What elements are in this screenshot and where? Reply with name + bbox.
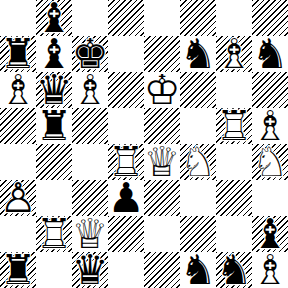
square-d7[interactable] xyxy=(108,36,144,72)
white-bishop-icon: ♗ xyxy=(72,72,108,108)
square-b1[interactable] xyxy=(36,252,72,288)
square-d6[interactable] xyxy=(108,72,144,108)
black-knight-f7[interactable]: ♞♞ xyxy=(180,36,216,72)
square-e6[interactable]: ♚♔ xyxy=(144,72,180,108)
white-bishop-c6[interactable]: ♝♗ xyxy=(72,72,108,108)
black-queen-c1[interactable]: ♛♛ xyxy=(72,252,108,288)
square-e8[interactable] xyxy=(144,0,180,36)
square-c4[interactable] xyxy=(72,144,108,180)
white-knight-icon: ♘ xyxy=(180,144,216,180)
square-f7[interactable]: ♞♞ xyxy=(180,36,216,72)
white-rook-b2[interactable]: ♜♖ xyxy=(36,216,72,252)
white-bishop-g7[interactable]: ♝♗ xyxy=(216,36,252,72)
chess-board: ♝♝♜♜♝♝♚♚♞♞♝♗♞♞♝♗♛♛♝♗♚♔♜♜♜♖♝♗♜♖♛♕♞♘♞♘♟♙♟♟… xyxy=(0,0,288,288)
white-bishop-icon: ♗ xyxy=(0,72,36,108)
white-knight-icon: ♘ xyxy=(252,144,288,180)
white-bishop-a6[interactable]: ♝♗ xyxy=(0,72,36,108)
black-knight-g1[interactable]: ♞♞ xyxy=(216,252,252,288)
square-e4[interactable]: ♛♕ xyxy=(144,144,180,180)
square-e2[interactable] xyxy=(144,216,180,252)
square-f4[interactable]: ♞♘ xyxy=(180,144,216,180)
black-rook-icon: ♜ xyxy=(36,108,72,144)
square-a1[interactable]: ♜♜ xyxy=(0,252,36,288)
square-a5[interactable] xyxy=(0,108,36,144)
white-rook-g5[interactable]: ♜♖ xyxy=(216,108,252,144)
square-b2[interactable]: ♜♖ xyxy=(36,216,72,252)
black-knight-icon: ♞ xyxy=(180,36,216,72)
white-king-e6[interactable]: ♚♔ xyxy=(144,72,180,108)
square-d1[interactable] xyxy=(108,252,144,288)
square-h1[interactable]: ♝♗ xyxy=(252,252,288,288)
square-f3[interactable] xyxy=(180,180,216,216)
white-bishop-icon: ♗ xyxy=(216,36,252,72)
square-d8[interactable] xyxy=(108,0,144,36)
black-pawn-d3[interactable]: ♟♟ xyxy=(108,180,144,216)
square-a3[interactable]: ♟♙ xyxy=(0,180,36,216)
square-b4[interactable] xyxy=(36,144,72,180)
white-king-icon: ♔ xyxy=(144,72,180,108)
square-g1[interactable]: ♞♞ xyxy=(216,252,252,288)
square-d3[interactable]: ♟♟ xyxy=(108,180,144,216)
square-h7[interactable]: ♞♞ xyxy=(252,36,288,72)
square-d2[interactable] xyxy=(108,216,144,252)
square-h4[interactable]: ♞♘ xyxy=(252,144,288,180)
black-pawn-icon: ♟ xyxy=(108,180,144,216)
square-b5[interactable]: ♜♜ xyxy=(36,108,72,144)
square-a6[interactable]: ♝♗ xyxy=(0,72,36,108)
white-knight-h4[interactable]: ♞♘ xyxy=(252,144,288,180)
white-bishop-icon: ♗ xyxy=(252,252,288,288)
white-bishop-h1[interactable]: ♝♗ xyxy=(252,252,288,288)
square-g5[interactable]: ♜♖ xyxy=(216,108,252,144)
black-knight-f1[interactable]: ♞♞ xyxy=(180,252,216,288)
square-c1[interactable]: ♛♛ xyxy=(72,252,108,288)
black-knight-icon: ♞ xyxy=(252,36,288,72)
square-e3[interactable] xyxy=(144,180,180,216)
white-rook-icon: ♖ xyxy=(216,108,252,144)
square-f6[interactable] xyxy=(180,72,216,108)
square-g4[interactable] xyxy=(216,144,252,180)
white-pawn-icon: ♙ xyxy=(0,180,36,216)
white-pawn-a3[interactable]: ♟♙ xyxy=(0,180,36,216)
black-knight-icon: ♞ xyxy=(180,252,216,288)
black-rook-b5[interactable]: ♜♜ xyxy=(36,108,72,144)
square-e1[interactable] xyxy=(144,252,180,288)
white-queen-e4[interactable]: ♛♕ xyxy=(144,144,180,180)
square-c5[interactable] xyxy=(72,108,108,144)
black-knight-icon: ♞ xyxy=(216,252,252,288)
square-f1[interactable]: ♞♞ xyxy=(180,252,216,288)
black-queen-icon: ♛ xyxy=(72,252,108,288)
square-c6[interactable]: ♝♗ xyxy=(72,72,108,108)
white-rook-icon: ♖ xyxy=(36,216,72,252)
square-g7[interactable]: ♝♗ xyxy=(216,36,252,72)
white-knight-f4[interactable]: ♞♘ xyxy=(180,144,216,180)
white-queen-icon: ♕ xyxy=(144,144,180,180)
black-rook-icon: ♜ xyxy=(0,252,36,288)
black-knight-h7[interactable]: ♞♞ xyxy=(252,36,288,72)
square-g3[interactable] xyxy=(216,180,252,216)
black-rook-a1[interactable]: ♜♜ xyxy=(0,252,36,288)
